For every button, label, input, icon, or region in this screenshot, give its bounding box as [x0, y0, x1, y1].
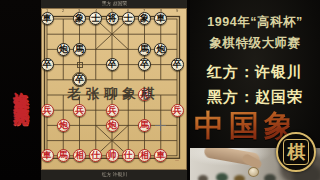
piece-red-馬: 馬: [57, 149, 70, 162]
piece-red-兵: 兵: [73, 104, 86, 117]
piece-black-卒: 卒: [106, 58, 119, 71]
red-player-strip: 红方 许银川: [41, 170, 187, 180]
right-info-panel: 1994年“高科杯” 象棋特级大师赛 红方：许银川 黑方：赵国荣 中国象 棋: [190, 0, 320, 180]
piece-black-炮: 炮: [57, 43, 70, 56]
piece-black-卒: 卒: [171, 58, 184, 71]
piece-red-車: 車: [41, 149, 54, 162]
photo-blurred-piece: [216, 173, 228, 180]
piece-red-帅: 帅: [106, 149, 119, 162]
event-title-line2: 象棋特级大师赛: [190, 35, 320, 52]
vertical-title: 许银川妙手力克东北虎: [11, 80, 30, 100]
piece-red-炮: 炮: [57, 119, 70, 132]
red-player-name: 红方：许银川: [190, 63, 320, 82]
file-label: 9: [173, 9, 180, 13]
video-thumbnail: 许银川妙手力克东北虎 黑方 赵国荣: [0, 0, 320, 180]
piece-red-兵: 兵: [106, 104, 119, 117]
piece-black-卒: 卒: [138, 58, 151, 71]
seal-inner-frame: 棋: [283, 139, 309, 165]
seal-character: 棋: [287, 143, 305, 161]
piece-black-象: 象: [138, 12, 151, 25]
file-label: 2: [60, 9, 67, 13]
piece-black-炮: 炮: [154, 43, 167, 56]
photo-blurred-piece: [264, 174, 276, 180]
piece-black-馬: 馬: [138, 43, 151, 56]
piece-black-将: 将: [106, 12, 119, 25]
red-player-strip-label: 红方 许银川: [101, 172, 126, 179]
xiangqi-app: 黑方 赵国荣 123456789 九八七: [41, 0, 187, 180]
channel-watermark: 老张聊象棋: [67, 85, 160, 103]
black-player-name: 黑方：赵国荣: [190, 88, 320, 107]
file-label: 一: [173, 159, 180, 163]
photo-blurred-piece: [234, 175, 245, 180]
piece-black-車: 車: [154, 12, 167, 25]
photo-held-piece: [248, 167, 259, 177]
last-move-origin-marker: [77, 62, 83, 68]
xiangqi-board: 123456789 九八七六五四三二一 老张聊象棋 車象士将士象車炮馬馬炮卒卒卒…: [41, 8, 187, 170]
piece-black-士: 士: [122, 12, 135, 25]
piece-red-兵: 兵: [41, 104, 54, 117]
piece-black-卒: 卒: [41, 58, 54, 71]
left-title-banner: 许银川妙手力克东北虎: [0, 0, 41, 180]
piece-black-象: 象: [73, 12, 86, 25]
photo-blurred-piece: [198, 175, 208, 180]
event-title-line1: 1994年“高科杯”: [190, 14, 320, 31]
piece-black-馬: 馬: [73, 43, 86, 56]
piece-red-馬: 馬: [138, 119, 151, 132]
piece-red-兵: 兵: [171, 104, 184, 117]
cursor-crosshair: [155, 120, 166, 131]
piece-red-仕: 仕: [122, 149, 135, 162]
qi-seal-stamp: 棋: [276, 132, 316, 172]
piece-black-車: 車: [41, 12, 54, 25]
piece-black-士: 士: [89, 12, 102, 25]
piece-red-炮: 炮: [106, 119, 119, 132]
